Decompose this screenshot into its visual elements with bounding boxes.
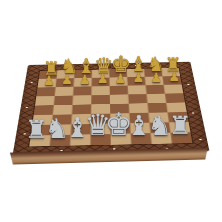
gold-pawn[interactable]: ♟ bbox=[151, 72, 162, 85]
gold-pawn[interactable]: ♟ bbox=[97, 73, 108, 86]
gold-pawn[interactable]: ♟ bbox=[115, 73, 126, 86]
gold-pawn[interactable]: ♟ bbox=[43, 75, 54, 88]
chess-set-photo: ♜♞♝♛♚♝♞♜♟♟♟♟♟♟♟♟♜♞♝♛♚♝♞♜ bbox=[0, 0, 222, 222]
silver-rook[interactable]: ♜ bbox=[169, 113, 192, 138]
gold-pawn[interactable]: ♟ bbox=[61, 75, 72, 88]
gold-pawn[interactable]: ♟ bbox=[168, 71, 179, 84]
gold-pawn[interactable]: ♟ bbox=[133, 72, 144, 85]
gold-pawn[interactable]: ♟ bbox=[79, 74, 90, 87]
